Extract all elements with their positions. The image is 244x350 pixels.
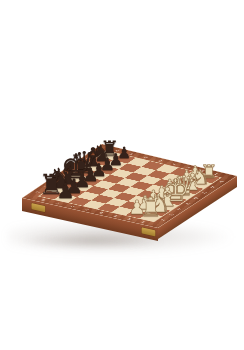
piece-black-rook[interactable]: ♜ bbox=[38, 171, 63, 199]
piece-white-pawn[interactable]: ♟ bbox=[128, 198, 145, 217]
brass-hinge-icon bbox=[142, 227, 156, 236]
brass-hinge-icon bbox=[32, 203, 46, 212]
chess-set-photo: 87654321 87654321 HGFEDCBA HGFEDCBA ♜♞♝♛… bbox=[0, 0, 244, 350]
